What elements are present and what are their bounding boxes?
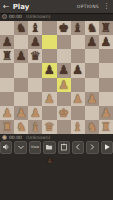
- folder-icon: [45, 143, 53, 151]
- square-e8[interactable]: ♚: [57, 21, 71, 35]
- square-f7[interactable]: [71, 35, 85, 49]
- square-b4[interactable]: [14, 78, 28, 92]
- square-c8[interactable]: ♝: [28, 21, 42, 35]
- black-rook-a6: ♜: [2, 49, 13, 63]
- square-c2[interactable]: ♟: [28, 106, 42, 120]
- square-f5[interactable]: ♟: [71, 63, 85, 77]
- black-rook-h8: ♜: [101, 21, 112, 35]
- square-a4[interactable]: [0, 78, 14, 92]
- black-queen-c6: ♛: [30, 49, 41, 63]
- square-d1[interactable]: ♛: [42, 120, 56, 134]
- black-pawn-g7: ♟: [86, 35, 97, 49]
- square-g6[interactable]: [85, 49, 99, 63]
- square-f4[interactable]: [71, 78, 85, 92]
- captured-pieces-tray: ♟: [0, 154, 113, 166]
- white-rook-a1: ♜: [2, 120, 13, 134]
- play-button[interactable]: [101, 141, 113, 154]
- square-d3[interactable]: ♟: [42, 92, 56, 106]
- square-b2[interactable]: ♟: [14, 106, 28, 120]
- square-h7[interactable]: ♟: [99, 35, 113, 49]
- square-h4[interactable]: [99, 78, 113, 92]
- square-h2[interactable]: ♟: [99, 106, 113, 120]
- back-icon[interactable]: ←: [3, 0, 10, 13]
- square-g5[interactable]: [85, 63, 99, 77]
- previous-move-button[interactable]: [72, 141, 84, 154]
- square-b1[interactable]: ♞: [14, 120, 28, 134]
- black-pawn-c7: ♟: [30, 35, 41, 49]
- square-b8[interactable]: ♞: [14, 21, 28, 35]
- black-king-e8: ♚: [58, 21, 69, 35]
- save-game-button[interactable]: [58, 141, 70, 154]
- square-b3[interactable]: [14, 92, 28, 106]
- square-b7[interactable]: [14, 35, 28, 49]
- square-h1[interactable]: ♜: [99, 120, 113, 134]
- square-c3[interactable]: [28, 92, 42, 106]
- square-a3[interactable]: [0, 92, 14, 106]
- square-d2[interactable]: [42, 106, 56, 120]
- white-pawn-c2: ♟: [30, 106, 41, 120]
- black-pawn-h7: ♟: [101, 35, 112, 49]
- square-g7[interactable]: ♟: [85, 35, 99, 49]
- chevron-left-icon: [74, 143, 82, 151]
- white-king-e2: ♚: [58, 106, 69, 120]
- square-a1[interactable]: ♜: [0, 120, 14, 134]
- square-f8[interactable]: ♝: [71, 21, 85, 35]
- white-bishop-f1: ♝: [72, 120, 83, 134]
- black-pawn-a7: ♟: [2, 35, 13, 49]
- chevron-down-icon: [17, 143, 25, 151]
- game-toolbar: View: [0, 140, 113, 154]
- view-button[interactable]: View: [29, 141, 41, 154]
- square-c5[interactable]: [28, 63, 42, 77]
- square-c7[interactable]: ♟: [28, 35, 42, 49]
- square-h6[interactable]: [99, 49, 113, 63]
- white-knight-g1: ♞: [86, 120, 97, 134]
- square-g1[interactable]: ♞: [85, 120, 99, 134]
- black-knight-b8: ♞: [16, 21, 27, 35]
- square-d4[interactable]: [42, 78, 56, 92]
- square-h8[interactable]: ♜: [99, 21, 113, 35]
- open-game-button[interactable]: [43, 141, 55, 154]
- black-clock: 00:00: [9, 14, 22, 19]
- square-a2[interactable]: ♟: [0, 106, 14, 120]
- speaker-icon: [2, 143, 10, 151]
- black-knight-g8: ♞: [86, 21, 97, 35]
- black-player-name: (Unknown): [26, 14, 50, 19]
- view-button-label: View: [31, 145, 39, 149]
- square-e4[interactable]: ♟: [57, 78, 71, 92]
- square-c1[interactable]: ♝: [28, 120, 42, 134]
- square-g2[interactable]: [85, 106, 99, 120]
- square-d6[interactable]: [42, 49, 56, 63]
- square-a8[interactable]: [0, 21, 14, 35]
- square-c6[interactable]: ♛: [28, 49, 42, 63]
- square-e7[interactable]: [57, 35, 71, 49]
- sound-button[interactable]: [0, 141, 12, 154]
- square-e2[interactable]: ♚: [57, 106, 71, 120]
- black-pawn-b6: ♟: [16, 49, 27, 63]
- square-e3[interactable]: [57, 92, 71, 106]
- white-pawn-f3: ♟: [72, 92, 83, 106]
- square-a7[interactable]: ♟: [0, 35, 14, 49]
- white-pawn-g3: ♟: [86, 92, 97, 106]
- next-move-button[interactable]: [86, 141, 98, 154]
- chess-app-screen: ← Play OPTIONS ⋮ 00:00 (Unknown) ♞♝♚♝♞♜♟…: [0, 0, 113, 200]
- white-rook-h1: ♜: [101, 120, 112, 134]
- black-bishop-f8: ♝: [72, 21, 83, 35]
- white-bishop-c1: ♝: [30, 120, 41, 134]
- white-pawn-d3: ♟: [44, 92, 55, 106]
- kebab-menu-icon[interactable]: ⋮: [103, 0, 110, 13]
- square-b6[interactable]: ♟: [14, 49, 28, 63]
- chevron-right-icon: [88, 143, 96, 151]
- square-f3[interactable]: ♟: [71, 92, 85, 106]
- page-title: Play: [13, 3, 30, 11]
- square-f2[interactable]: [71, 106, 85, 120]
- square-h5[interactable]: [99, 63, 113, 77]
- square-e6[interactable]: [57, 49, 71, 63]
- square-d5[interactable]: ♟: [42, 63, 56, 77]
- captured-black-pawn: ♟: [46, 156, 53, 165]
- black-pawn-f5: ♟: [72, 63, 83, 77]
- black-pawn-d5: ♟: [44, 63, 55, 77]
- square-g4[interactable]: [85, 78, 99, 92]
- black-player-bar: 00:00 (Unknown): [0, 13, 113, 20]
- white-pawn-b2: ♟: [16, 106, 27, 120]
- square-c4[interactable]: [28, 78, 42, 92]
- square-g8[interactable]: ♞: [85, 21, 99, 35]
- square-g3[interactable]: ♟: [85, 92, 99, 106]
- white-pawn-h2: ♟: [101, 106, 112, 120]
- white-queen-d1: ♛: [44, 120, 55, 134]
- square-a6[interactable]: ♜: [0, 49, 14, 63]
- square-b5[interactable]: [14, 63, 28, 77]
- square-f6[interactable]: [71, 49, 85, 63]
- confirm-move-button[interactable]: [14, 141, 26, 154]
- topbar-actions: OPTIONS ⋮: [77, 0, 113, 13]
- black-bishop-c8: ♝: [30, 21, 41, 35]
- square-e1[interactable]: [57, 120, 71, 134]
- white-pawn-e4: ♟: [58, 78, 69, 92]
- square-f1[interactable]: ♝: [71, 120, 85, 134]
- white-knight-b1: ♞: [16, 120, 27, 134]
- square-h3[interactable]: [99, 92, 113, 106]
- clipboard-icon: [60, 143, 68, 151]
- black-pawn-e5: ♟: [58, 63, 69, 77]
- square-e5[interactable]: ♟: [57, 63, 71, 77]
- play-icon: [103, 143, 111, 151]
- white-pawn-a2: ♟: [2, 106, 13, 120]
- chess-board[interactable]: ♞♝♚♝♞♜♟♟♟♟♜♟♛♟♟♟♟♟♟♟♟♟♟♚♟♜♞♝♛♝♞♜: [0, 21, 113, 134]
- options-button[interactable]: OPTIONS: [77, 4, 99, 9]
- top-app-bar: ← Play OPTIONS ⋮: [0, 0, 113, 13]
- square-a5[interactable]: [0, 63, 14, 77]
- black-color-dot: [2, 14, 7, 19]
- square-d7[interactable]: [42, 35, 56, 49]
- square-d8[interactable]: [42, 21, 56, 35]
